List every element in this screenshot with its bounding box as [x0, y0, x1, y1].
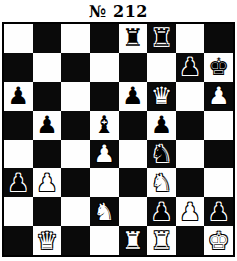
square-b4[interactable]	[33, 140, 62, 169]
chess-diagram-page: № 212 ♜♜♟♚♟♟♛♟♟♝♟♟♞♟♟♞♞♟♟♟♛♜♜♚	[0, 0, 237, 261]
square-b8[interactable]	[33, 24, 62, 53]
white-knight: ♞	[147, 168, 176, 197]
square-d1[interactable]	[90, 226, 119, 255]
square-h7[interactable]: ♚	[204, 53, 233, 82]
square-a8[interactable]	[4, 24, 33, 53]
square-h4[interactable]	[204, 140, 233, 169]
square-a6[interactable]: ♟	[4, 82, 33, 111]
black-king: ♚	[204, 53, 233, 82]
white-pawn: ♟	[90, 140, 119, 169]
square-g4[interactable]	[176, 140, 205, 169]
square-a1[interactable]	[4, 226, 33, 255]
white-queen: ♛	[147, 82, 176, 111]
square-a4[interactable]	[4, 140, 33, 169]
square-g8[interactable]	[176, 24, 205, 53]
square-g5[interactable]	[176, 111, 205, 140]
black-pawn: ♟	[204, 197, 233, 226]
square-h8[interactable]	[204, 24, 233, 53]
square-g7[interactable]: ♟	[176, 53, 205, 82]
square-f6[interactable]: ♛	[147, 82, 176, 111]
white-pawn: ♟	[33, 168, 62, 197]
square-a7[interactable]	[4, 53, 33, 82]
black-knight: ♞	[147, 140, 176, 169]
square-c1[interactable]	[61, 226, 90, 255]
square-h3[interactable]	[204, 168, 233, 197]
square-e7[interactable]	[119, 53, 148, 82]
black-pawn: ♟	[147, 111, 176, 140]
black-pawn: ♟	[4, 82, 33, 111]
square-e8[interactable]: ♜	[119, 24, 148, 53]
square-c6[interactable]	[61, 82, 90, 111]
square-b2[interactable]	[33, 197, 62, 226]
black-pawn: ♟	[147, 197, 176, 226]
square-c7[interactable]	[61, 53, 90, 82]
square-d8[interactable]	[90, 24, 119, 53]
square-d7[interactable]	[90, 53, 119, 82]
white-king: ♚	[204, 226, 233, 255]
square-h2[interactable]: ♟	[204, 197, 233, 226]
square-a5[interactable]	[4, 111, 33, 140]
square-e3[interactable]	[119, 168, 148, 197]
white-pawn: ♟	[176, 197, 205, 226]
black-pawn: ♟	[33, 111, 62, 140]
square-f5[interactable]: ♟	[147, 111, 176, 140]
square-h5[interactable]	[204, 111, 233, 140]
square-g6[interactable]	[176, 82, 205, 111]
square-g1[interactable]	[176, 226, 205, 255]
black-pawn: ♟	[119, 82, 148, 111]
square-d6[interactable]	[90, 82, 119, 111]
square-g3[interactable]	[176, 168, 205, 197]
square-c4[interactable]	[61, 140, 90, 169]
square-g2[interactable]: ♟	[176, 197, 205, 226]
square-e2[interactable]	[119, 197, 148, 226]
square-f7[interactable]	[147, 53, 176, 82]
square-b6[interactable]	[33, 82, 62, 111]
square-f2[interactable]: ♟	[147, 197, 176, 226]
white-pawn: ♟	[204, 82, 233, 111]
black-rook: ♜	[119, 24, 148, 53]
white-rook: ♜	[147, 226, 176, 255]
square-f3[interactable]: ♞	[147, 168, 176, 197]
white-knight: ♞	[90, 197, 119, 226]
white-rook: ♜	[119, 226, 148, 255]
square-b3[interactable]: ♟	[33, 168, 62, 197]
square-c3[interactable]	[61, 168, 90, 197]
square-d5[interactable]: ♝	[90, 111, 119, 140]
black-rook: ♜	[147, 24, 176, 53]
white-queen: ♛	[33, 226, 62, 255]
square-c8[interactable]	[61, 24, 90, 53]
square-c5[interactable]	[61, 111, 90, 140]
square-e6[interactable]: ♟	[119, 82, 148, 111]
square-d4[interactable]: ♟	[90, 140, 119, 169]
black-bishop: ♝	[90, 111, 119, 140]
square-b5[interactable]: ♟	[33, 111, 62, 140]
square-e4[interactable]	[119, 140, 148, 169]
square-d2[interactable]: ♞	[90, 197, 119, 226]
square-e5[interactable]	[119, 111, 148, 140]
square-f8[interactable]: ♜	[147, 24, 176, 53]
square-f4[interactable]: ♞	[147, 140, 176, 169]
square-b7[interactable]	[33, 53, 62, 82]
chess-board: ♜♜♟♚♟♟♛♟♟♝♟♟♞♟♟♞♞♟♟♟♛♜♜♚	[2, 22, 235, 257]
square-a2[interactable]	[4, 197, 33, 226]
square-f1[interactable]: ♜	[147, 226, 176, 255]
square-d3[interactable]	[90, 168, 119, 197]
square-b1[interactable]: ♛	[33, 226, 62, 255]
square-c2[interactable]	[61, 197, 90, 226]
puzzle-number-title: № 212	[0, 0, 237, 22]
square-e1[interactable]: ♜	[119, 226, 148, 255]
square-h6[interactable]: ♟	[204, 82, 233, 111]
black-pawn: ♟	[176, 53, 205, 82]
square-h1[interactable]: ♚	[204, 226, 233, 255]
black-pawn: ♟	[4, 168, 33, 197]
square-a3[interactable]: ♟	[4, 168, 33, 197]
